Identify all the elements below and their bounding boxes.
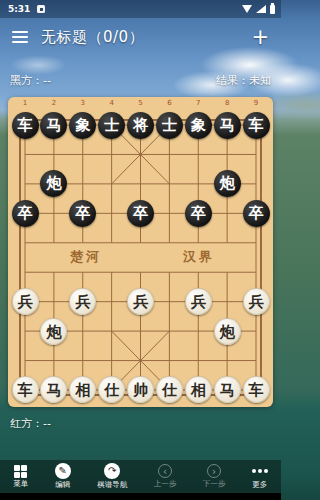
file-label-top: 6 bbox=[163, 99, 175, 107]
more-icon bbox=[252, 463, 268, 479]
file-label-top: 5 bbox=[135, 99, 147, 107]
river-left-label: 楚河 bbox=[70, 248, 102, 266]
add-button[interactable]: + bbox=[251, 27, 269, 47]
nav-label: 更多 bbox=[252, 480, 267, 490]
nav-label: 上一步 bbox=[154, 479, 177, 489]
gesture-bar bbox=[0, 493, 281, 500]
result-label: 结果：未知 bbox=[216, 73, 271, 88]
piece-black[interactable]: 卒 bbox=[243, 200, 270, 227]
file-label-top: 4 bbox=[106, 99, 118, 107]
piece-red[interactable]: 炮 bbox=[214, 318, 241, 345]
piece-red[interactable]: 车 bbox=[12, 376, 39, 403]
piece-black[interactable]: 卒 bbox=[127, 200, 154, 227]
nav-label: 菜单 bbox=[13, 479, 28, 489]
board-grid bbox=[8, 97, 273, 407]
bottom-nav: 菜单 ✎ 编辑 ↷ 棋谱导航 ‹ 上一步 › 下一步 更多 bbox=[0, 460, 281, 493]
piece-red[interactable]: 兵 bbox=[185, 288, 212, 315]
notification-icon bbox=[37, 5, 45, 13]
file-label-top: 3 bbox=[77, 99, 89, 107]
piece-black[interactable]: 车 bbox=[243, 112, 270, 139]
wifi-icon bbox=[242, 5, 252, 13]
piece-red[interactable]: 车 bbox=[243, 376, 270, 403]
piece-black[interactable]: 将 bbox=[127, 112, 154, 139]
piece-red[interactable]: 马 bbox=[214, 376, 241, 403]
piece-black[interactable]: 车 bbox=[12, 112, 39, 139]
nav-label: 棋谱导航 bbox=[97, 480, 127, 490]
nav-item-next[interactable]: › 下一步 bbox=[203, 464, 226, 489]
next-icon: › bbox=[207, 464, 221, 478]
nav-item-more[interactable]: 更多 bbox=[252, 463, 268, 490]
piece-red[interactable]: 炮 bbox=[40, 318, 67, 345]
black-side-label: 黑方：-- bbox=[10, 73, 51, 88]
file-label-top: 1 bbox=[19, 99, 31, 107]
piece-black[interactable]: 象 bbox=[69, 112, 96, 139]
nav-item-prev[interactable]: ‹ 上一步 bbox=[154, 464, 177, 489]
nav-item-navigation[interactable]: ↷ 棋谱导航 bbox=[97, 463, 127, 490]
grid-icon bbox=[14, 465, 27, 478]
piece-black[interactable]: 士 bbox=[156, 112, 183, 139]
nav-item-menu[interactable]: 菜单 bbox=[13, 465, 28, 489]
file-label-top: 8 bbox=[221, 99, 233, 107]
piece-black[interactable]: 炮 bbox=[214, 170, 241, 197]
nav-item-edit[interactable]: ✎ 编辑 bbox=[55, 463, 71, 490]
signal-icon bbox=[256, 5, 266, 13]
piece-black[interactable]: 卒 bbox=[185, 200, 212, 227]
red-side-label: 红方：-- bbox=[10, 416, 51, 431]
piece-red[interactable]: 兵 bbox=[12, 288, 39, 315]
hamburger-menu-icon[interactable] bbox=[12, 28, 28, 46]
nav-label: 编辑 bbox=[55, 480, 70, 490]
file-label-top: 7 bbox=[192, 99, 204, 107]
piece-red[interactable]: 兵 bbox=[243, 288, 270, 315]
nav-label: 下一步 bbox=[203, 479, 226, 489]
piece-black[interactable]: 卒 bbox=[69, 200, 96, 227]
piece-black[interactable]: 马 bbox=[214, 112, 241, 139]
prev-icon: ‹ bbox=[158, 464, 172, 478]
piece-black[interactable]: 士 bbox=[98, 112, 125, 139]
edit-icon: ✎ bbox=[55, 463, 71, 479]
piece-black[interactable]: 马 bbox=[40, 112, 67, 139]
navigation-icon: ↷ bbox=[104, 463, 120, 479]
file-label-top: 2 bbox=[48, 99, 60, 107]
battery-icon bbox=[270, 5, 275, 14]
piece-red[interactable]: 兵 bbox=[127, 288, 154, 315]
status-bar: 5:31 bbox=[0, 0, 281, 18]
clock: 5:31 bbox=[8, 4, 30, 14]
app-bar: 无标题（0/0） + bbox=[0, 18, 281, 56]
xiangqi-board[interactable]: 楚河 汉界 123456789九八七六五四三二一 车马象士将士象马车炮炮卒卒卒卒… bbox=[8, 97, 273, 407]
piece-black[interactable]: 象 bbox=[185, 112, 212, 139]
piece-black[interactable]: 卒 bbox=[12, 200, 39, 227]
page-title: 无标题（0/0） bbox=[41, 28, 144, 47]
river-right-label: 汉界 bbox=[183, 248, 215, 266]
file-label-top: 9 bbox=[250, 99, 262, 107]
